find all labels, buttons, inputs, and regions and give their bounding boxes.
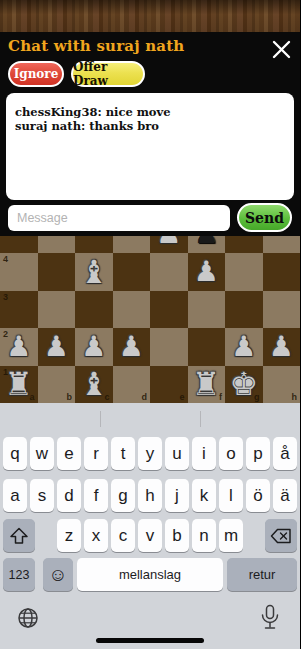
square-c4[interactable]: ♝ [75, 253, 113, 291]
white-pawn: ♟ [188, 253, 226, 291]
key-n[interactable]: n [192, 519, 216, 552]
chat-overlay: Chat with suraj nath Ignore Offer Draw c… [0, 32, 300, 236]
globe-icon [16, 606, 40, 630]
suggestion-bar [0, 403, 300, 434]
rank-label: 1 [3, 367, 8, 377]
square-h3[interactable] [263, 291, 301, 329]
globe-key[interactable] [16, 606, 40, 634]
square-e3[interactable] [150, 291, 188, 329]
key-i[interactable]: i [192, 437, 216, 470]
emoji-key[interactable]: ☺ [43, 558, 73, 591]
square-e5[interactable]: ♟ [150, 236, 188, 253]
chat-message: chessKing38: nice move [15, 105, 285, 119]
square-f3[interactable] [188, 291, 226, 329]
key-å[interactable]: å [273, 437, 297, 470]
message-input[interactable] [8, 205, 230, 231]
key-x[interactable]: x [84, 519, 108, 552]
key-p[interactable]: p [246, 437, 270, 470]
shift-key[interactable] [3, 519, 35, 552]
key-t[interactable]: t [111, 437, 135, 470]
key-r[interactable]: r [84, 437, 108, 470]
home-indicator [96, 638, 204, 643]
square-f4[interactable]: ♟ [188, 253, 226, 291]
file-label: a [29, 392, 34, 402]
file-label: h [292, 392, 298, 402]
chessboard: ♟♟4♝♟32♟♟♟♟♟♟1a♜bc♝def♜g♚h [0, 236, 300, 403]
square-e4[interactable] [150, 253, 188, 291]
file-label: d [142, 392, 148, 402]
white-bishop: ♝ [75, 253, 113, 291]
square-c1[interactable]: c♝ [75, 366, 113, 404]
backspace-icon [270, 528, 292, 544]
key-ä[interactable]: ä [273, 479, 297, 512]
space-key[interactable]: mellanslag [77, 558, 223, 591]
chat-message: suraj nath: thanks bro [15, 119, 285, 133]
white-pawn: ♟ [38, 328, 76, 366]
square-a4[interactable]: 4 [0, 253, 38, 291]
chat-title: Chat with suraj nath [8, 37, 184, 55]
key-u[interactable]: u [165, 437, 189, 470]
white-pawn: ♟ [225, 328, 263, 366]
shift-icon [9, 527, 29, 545]
wood-header [0, 0, 300, 32]
key-v[interactable]: v [138, 519, 162, 552]
emoji-icon: ☺ [48, 564, 67, 586]
square-e1[interactable]: e [150, 366, 188, 404]
key-l[interactable]: l [219, 479, 243, 512]
white-pawn: ♟ [150, 236, 188, 253]
square-b5[interactable] [38, 236, 76, 253]
ios-keyboard: qwertyuiopå asdfghjklöä zxcvbnm 123 ☺ me… [0, 403, 300, 649]
square-f1[interactable]: f♜ [188, 366, 226, 404]
rank-label: 2 [3, 329, 8, 339]
key-b[interactable]: b [165, 519, 189, 552]
suggestion-divider [200, 411, 201, 427]
key-c[interactable]: c [111, 519, 135, 552]
square-h5[interactable] [263, 236, 301, 253]
file-label: g [254, 392, 260, 402]
key-w[interactable]: w [30, 437, 54, 470]
square-g5[interactable] [225, 236, 263, 253]
square-c5[interactable] [75, 236, 113, 253]
key-s[interactable]: s [30, 479, 54, 512]
key-y[interactable]: y [138, 437, 162, 470]
square-f2[interactable] [188, 328, 226, 366]
square-g4[interactable] [225, 253, 263, 291]
square-a2[interactable]: 2♟ [0, 328, 38, 366]
square-d1[interactable]: d [113, 366, 151, 404]
key-k[interactable]: k [192, 479, 216, 512]
square-d3[interactable] [113, 291, 151, 329]
square-b3[interactable] [38, 291, 76, 329]
key-g[interactable]: g [111, 479, 135, 512]
key-m[interactable]: m [219, 519, 243, 552]
square-c3[interactable] [75, 291, 113, 329]
square-a1[interactable]: 1a♜ [0, 366, 38, 404]
square-h1[interactable]: h [263, 366, 301, 404]
white-pawn: ♟ [263, 328, 301, 366]
numbers-key[interactable]: 123 [3, 558, 35, 591]
chessboard-strip: ♟♟4♝♟32♟♟♟♟♟♟1a♜bc♝def♜g♚h [0, 236, 300, 403]
square-g3[interactable] [225, 291, 263, 329]
file-label: e [179, 392, 184, 402]
file-label: f [219, 392, 222, 402]
square-d4[interactable] [113, 253, 151, 291]
key-a[interactable]: a [3, 479, 27, 512]
white-pawn: ♟ [75, 328, 113, 366]
send-button[interactable]: Send [237, 203, 292, 232]
square-c2[interactable]: ♟ [75, 328, 113, 366]
square-b4[interactable] [38, 253, 76, 291]
key-f[interactable]: f [84, 479, 108, 512]
close-icon[interactable] [271, 39, 292, 60]
phone-screen: Chat with suraj nath Ignore Offer Draw c… [0, 0, 300, 649]
black-pawn: ♟ [188, 236, 226, 253]
key-h[interactable]: h [138, 479, 162, 512]
dictation-key[interactable] [259, 604, 281, 635]
key-e[interactable]: e [57, 437, 81, 470]
key-o[interactable]: o [219, 437, 243, 470]
key-q[interactable]: q [3, 437, 27, 470]
chat-message-log: chessKing38: nice move suraj nath: thank… [6, 93, 294, 200]
square-d5[interactable] [113, 236, 151, 253]
rank-label: 4 [3, 254, 8, 264]
square-b2[interactable]: ♟ [38, 328, 76, 366]
suggestion-divider [100, 411, 101, 427]
white-pawn: ♟ [113, 328, 151, 366]
square-a5[interactable] [0, 236, 38, 253]
backspace-key[interactable] [265, 519, 297, 552]
square-e2[interactable] [150, 328, 188, 366]
key-z[interactable]: z [57, 519, 81, 552]
file-label: c [104, 392, 109, 402]
rank-label: 3 [3, 292, 8, 302]
key-d[interactable]: d [57, 479, 81, 512]
square-h2[interactable]: ♟ [263, 328, 301, 366]
key-ö[interactable]: ö [246, 479, 270, 512]
square-f5[interactable]: ♟ [188, 236, 226, 253]
square-h4[interactable] [263, 253, 301, 291]
file-label: b [67, 392, 73, 402]
square-g1[interactable]: g♚ [225, 366, 263, 404]
ignore-button[interactable]: Ignore [8, 61, 64, 87]
dictation-mic-icon [259, 604, 281, 631]
square-d2[interactable]: ♟ [113, 328, 151, 366]
return-key[interactable]: retur [227, 558, 297, 591]
square-a3[interactable]: 3 [0, 291, 38, 329]
square-b1[interactable]: b [38, 366, 76, 404]
offer-draw-button[interactable]: Offer Draw [71, 61, 145, 87]
square-g2[interactable]: ♟ [225, 328, 263, 366]
key-j[interactable]: j [165, 479, 189, 512]
